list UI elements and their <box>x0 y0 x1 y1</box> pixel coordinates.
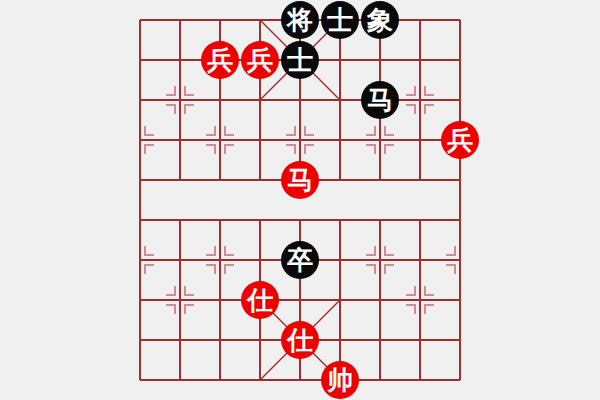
piece-black-horse[interactable]: 马 <box>361 81 399 119</box>
xiangqi-screenshot: 将士象兵兵士马兵马卒仕仕帅 <box>0 0 600 400</box>
piece-black-general[interactable]: 将 <box>281 1 319 39</box>
piece-black-elephant[interactable]: 象 <box>361 1 399 39</box>
xiangqi-board: 将士象兵兵士马兵马卒仕仕帅 <box>120 0 480 400</box>
piece-red-soldier-1[interactable]: 兵 <box>201 41 239 79</box>
piece-red-horse[interactable]: 马 <box>281 161 319 199</box>
piece-red-advisor-2[interactable]: 仕 <box>281 321 319 359</box>
piece-red-soldier-3[interactable]: 兵 <box>441 121 479 159</box>
piece-red-advisor-1[interactable]: 仕 <box>241 281 279 319</box>
piece-red-soldier-2[interactable]: 兵 <box>241 41 279 79</box>
piece-black-advisor-1[interactable]: 士 <box>321 1 359 39</box>
piece-red-general[interactable]: 帅 <box>321 361 359 399</box>
piece-black-soldier[interactable]: 卒 <box>281 241 319 279</box>
piece-black-advisor-2[interactable]: 士 <box>281 41 319 79</box>
